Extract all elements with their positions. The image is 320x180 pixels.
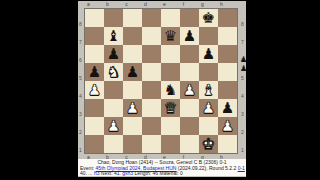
square-f2 [180, 117, 199, 135]
white-bishop: ♝ [202, 81, 215, 99]
coord-label: a [79, 1, 98, 8]
rank-labels-left: 87654321 [78, 15, 83, 159]
square-c5: ♟ [123, 63, 142, 81]
square-d1 [142, 135, 161, 153]
file-labels-top: abcdefgh [79, 1, 246, 8]
square-d4 [142, 81, 161, 99]
coord-label: 2 [240, 123, 245, 141]
square-c1 [123, 135, 142, 153]
coord-label: f [174, 1, 193, 8]
black-pawn: ♟ [88, 63, 101, 81]
white-pawn: ♟ [183, 81, 196, 99]
coord-label: h [212, 1, 231, 8]
square-e7: ♛ [161, 27, 180, 45]
coord-label: 5 [78, 69, 83, 87]
square-f3 [180, 99, 199, 117]
square-e3: ♛ [161, 99, 180, 117]
square-g4: ♝ [199, 81, 218, 99]
coord-label: e [155, 1, 174, 8]
caption-text: Length: 46 [133, 170, 158, 176]
square-c7 [123, 27, 142, 45]
black-pawn-icon: ♟ [239, 64, 248, 73]
square-b1 [104, 135, 123, 153]
square-e1 [161, 135, 180, 153]
chess-board: ♚♝♛♟♟♟♟♞♟♟♞♟♝♟♛♟♟♟♟♚ [84, 8, 238, 154]
square-f7: ♟ [180, 27, 199, 45]
square-e5 [161, 63, 180, 81]
square-d2 [142, 117, 161, 135]
square-c3: ♟ [123, 99, 142, 117]
square-f6 [180, 45, 199, 63]
square-h7 [218, 27, 237, 45]
square-d6 [142, 45, 161, 63]
white-pawn: ♟ [221, 117, 234, 135]
viewer-panel: abcdefgh ♚♝♛♟♟♟♟♞♟♟♞♟♝♟♛♟♟♟♟♚ 87654321 8… [78, 1, 246, 177]
square-d8 [142, 9, 161, 27]
black-pawn: ♟ [202, 45, 215, 63]
square-c4 [123, 81, 142, 99]
coord-label: 1 [78, 141, 83, 159]
square-a3 [85, 99, 104, 117]
square-b4 [104, 81, 123, 99]
black-pawn: ♟ [183, 27, 196, 45]
black-bishop: ♝ [107, 27, 120, 45]
caption-text: 40. ... [80, 170, 94, 176]
square-g7 [199, 27, 218, 45]
square-c8 [123, 9, 142, 27]
square-d3 [142, 99, 161, 117]
square-b8 [104, 9, 123, 27]
black-pawn: ♟ [126, 63, 139, 81]
square-e2 [161, 117, 180, 135]
square-h4 [218, 81, 237, 99]
square-h8 [218, 9, 237, 27]
square-g2 [199, 117, 218, 135]
black-queen: ♛ [164, 27, 177, 45]
coord-label: 3 [240, 105, 245, 123]
white-pawn: ♟ [202, 99, 215, 117]
rank-labels-right: 87654321 [240, 15, 245, 159]
black-knight: ♞ [164, 81, 177, 99]
square-h2: ♟ [218, 117, 237, 135]
white-pawn: ♟ [126, 99, 139, 117]
square-f5 [180, 63, 199, 81]
square-e4: ♞ [161, 81, 180, 99]
square-a8 [85, 9, 104, 27]
game-caption: Chao, Dong Hoan (2414) -- Souza, Geneol … [78, 159, 246, 176]
square-g3: ♟ [199, 99, 218, 117]
square-b2: ♟ [104, 117, 123, 135]
coord-label: 7 [78, 33, 83, 51]
square-a2 [85, 117, 104, 135]
square-h6 [218, 45, 237, 63]
coord-label: 4 [240, 87, 245, 105]
board-wrap: ♚♝♛♟♟♟♟♞♟♟♞♟♝♟♛♟♟♟♟♚ 87654321 87654321 ♟… [84, 8, 238, 154]
square-f4: ♟ [180, 81, 199, 99]
square-b3 [104, 99, 123, 117]
square-d7 [142, 27, 161, 45]
coord-label: b [98, 1, 117, 8]
square-c6 [123, 45, 142, 63]
black-pawn: ♟ [221, 99, 234, 117]
square-h3: ♟ [218, 99, 237, 117]
caption-link[interactable]: gxh3 [122, 170, 133, 176]
square-g5 [199, 63, 218, 81]
square-h5 [218, 63, 237, 81]
square-e8 [161, 9, 180, 27]
coord-label: d [136, 1, 155, 8]
white-king: ♚ [202, 135, 215, 153]
coord-label: 1 [240, 141, 245, 159]
black-pawn: ♟ [107, 45, 120, 63]
black-pawn-icon: ♟ [239, 55, 248, 64]
white-pawn: ♟ [88, 81, 101, 99]
coord-label: 7 [240, 33, 245, 51]
caption-text: (2024.09.22), Round 5.2.2 [176, 165, 237, 171]
square-g6: ♟ [199, 45, 218, 63]
coord-label: c [117, 1, 136, 8]
square-a1 [85, 135, 104, 153]
square-f1 [180, 135, 199, 153]
square-d5 [142, 63, 161, 81]
coord-label: 3 [78, 105, 83, 123]
square-b7: ♝ [104, 27, 123, 45]
white-knight: ♞ [107, 63, 120, 81]
caption-text: Material: 0 [158, 170, 183, 176]
square-a4: ♟ [85, 81, 104, 99]
coord-label: 4 [78, 87, 83, 105]
caption-link[interactable]: 0-1 [238, 165, 245, 171]
captured-pieces-tray: ♟♟ [239, 55, 248, 73]
square-h1 [218, 135, 237, 153]
square-g8: ♚ [199, 9, 218, 27]
coord-label: 2 [78, 123, 83, 141]
square-a6 [85, 45, 104, 63]
square-c2 [123, 117, 142, 135]
square-b5: ♞ [104, 63, 123, 81]
square-g1: ♚ [199, 135, 218, 153]
coord-label: 8 [240, 15, 245, 33]
video-frame: { "game": "chess", "position": "6k1/1b2q… [0, 0, 320, 180]
square-a7 [85, 27, 104, 45]
coord-label: 6 [78, 51, 83, 69]
caption-text: Next: 41. [99, 170, 122, 176]
square-f8 [180, 9, 199, 27]
coord-label: g [193, 1, 212, 8]
white-queen: ♛ [164, 99, 177, 117]
black-king: ♚ [202, 9, 215, 27]
coord-label: 8 [78, 15, 83, 33]
square-b6: ♟ [104, 45, 123, 63]
square-e6 [161, 45, 180, 63]
moves-line: 40. ... h3 Next: 41. gxh3 Length: 46 Mat… [78, 171, 246, 176]
white-pawn: ♟ [107, 117, 120, 135]
square-a5: ♟ [85, 63, 104, 81]
